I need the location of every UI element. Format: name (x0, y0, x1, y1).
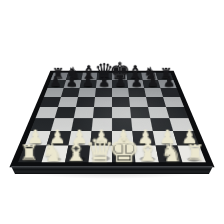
square-h5[interactable] (163, 97, 184, 107)
square-b4[interactable] (55, 107, 76, 118)
square-c4[interactable] (74, 107, 94, 118)
square-e5[interactable] (112, 97, 130, 107)
square-d5[interactable] (94, 97, 112, 107)
square-c6[interactable] (78, 88, 96, 97)
square-f4[interactable] (130, 107, 150, 118)
square-f5[interactable] (129, 97, 148, 107)
square-d6[interactable] (95, 88, 112, 97)
square-a4[interactable] (36, 107, 58, 118)
white-king[interactable]: ♚ (88, 131, 160, 167)
black-pawn[interactable]: ♟ (155, 75, 183, 89)
board-fold-seam (40, 107, 185, 108)
square-f6[interactable] (128, 88, 146, 97)
square-b6[interactable] (61, 88, 80, 97)
square-b5[interactable] (58, 97, 78, 107)
board-front-edge (11, 166, 213, 174)
square-h4[interactable] (166, 107, 188, 118)
square-c5[interactable] (76, 97, 95, 107)
square-e6[interactable] (112, 88, 129, 97)
square-h6[interactable] (160, 88, 180, 97)
chess-board: ♜♞♝♛♚♝♞♜♟♟♟♟♟♟♟♟♟♟♟♟♟♟♟♟♜♞♝♛♚♝♞♜ (9, 71, 214, 168)
square-e4[interactable] (112, 107, 131, 118)
product-photo: ♜♞♝♛♚♝♞♜♟♟♟♟♟♟♟♟♟♟♟♟♟♟♟♟♜♞♝♛♚♝♞♜ (0, 0, 224, 224)
square-e1[interactable]: ♚ (112, 145, 135, 162)
square-h7[interactable]: ♟ (158, 80, 177, 88)
square-d4[interactable] (93, 107, 112, 118)
scene: ♜♞♝♛♚♝♞♜♟♟♟♟♟♟♟♟♟♟♟♟♟♟♟♟♜♞♝♛♚♝♞♜ (0, 0, 224, 224)
